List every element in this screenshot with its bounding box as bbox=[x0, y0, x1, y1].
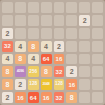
cell-empty bbox=[79, 41, 90, 52]
tile-16: 16 bbox=[15, 92, 26, 103]
cell-empty bbox=[28, 2, 39, 13]
cell-empty bbox=[92, 28, 103, 39]
cell-empty bbox=[66, 54, 77, 65]
tile-128: 128 bbox=[28, 79, 39, 90]
cell-empty bbox=[54, 2, 65, 13]
cell-empty bbox=[79, 79, 90, 90]
tile-4: 4 bbox=[28, 54, 39, 65]
cell-empty bbox=[41, 2, 52, 13]
tile-32: 32 bbox=[2, 41, 13, 52]
tile-2: 2 bbox=[79, 15, 90, 26]
tile-2: 2 bbox=[2, 28, 13, 39]
cell-empty bbox=[15, 2, 26, 13]
cell-empty bbox=[2, 2, 13, 13]
tile-2: 2 bbox=[66, 66, 77, 77]
tile-4: 4 bbox=[41, 41, 52, 52]
cell-empty bbox=[79, 66, 90, 77]
tile-8: 8 bbox=[2, 79, 13, 90]
tile-8: 8 bbox=[28, 41, 39, 52]
tile-4096: 4096 bbox=[15, 66, 26, 77]
cell-empty bbox=[92, 66, 103, 77]
tile-128: 128 bbox=[54, 79, 65, 90]
tile-8: 8 bbox=[2, 66, 13, 77]
cell-empty bbox=[92, 2, 103, 13]
cell-empty bbox=[41, 15, 52, 26]
tile-16: 16 bbox=[66, 79, 77, 90]
cell-empty bbox=[66, 2, 77, 13]
cell-empty bbox=[15, 15, 26, 26]
tile-2: 2 bbox=[54, 41, 65, 52]
cell-empty bbox=[92, 92, 103, 103]
cell-empty bbox=[92, 54, 103, 65]
tile-64: 64 bbox=[28, 92, 39, 103]
cell-empty bbox=[15, 28, 26, 39]
cell-empty bbox=[2, 15, 13, 26]
tile-8: 8 bbox=[66, 92, 77, 103]
cell-empty bbox=[79, 54, 90, 65]
tile-4: 4 bbox=[2, 54, 13, 65]
cell-empty bbox=[41, 28, 52, 39]
cell-empty bbox=[28, 28, 39, 39]
tile-32: 32 bbox=[54, 66, 65, 77]
cell-empty bbox=[79, 2, 90, 13]
cell-empty bbox=[54, 15, 65, 26]
game-board-2048[interactable]: 2232484248464168409625683228212820481281… bbox=[0, 0, 105, 105]
tile-8: 8 bbox=[41, 66, 52, 77]
tile-256: 256 bbox=[28, 66, 39, 77]
cell-empty bbox=[79, 28, 90, 39]
cell-empty bbox=[92, 79, 103, 90]
tile-4: 4 bbox=[15, 41, 26, 52]
cell-empty bbox=[66, 15, 77, 26]
cell-empty bbox=[54, 28, 65, 39]
cell-empty bbox=[66, 41, 77, 52]
cell-empty bbox=[66, 28, 77, 39]
tile-2: 2 bbox=[15, 79, 26, 90]
tile-16: 16 bbox=[41, 92, 52, 103]
tile-16: 16 bbox=[54, 54, 65, 65]
cell-empty bbox=[92, 15, 103, 26]
tile-64: 64 bbox=[41, 54, 52, 65]
tile-32: 32 bbox=[54, 92, 65, 103]
tile-8: 8 bbox=[15, 54, 26, 65]
cell-empty bbox=[28, 15, 39, 26]
tile-2048: 2048 bbox=[41, 79, 52, 90]
tile-2: 2 bbox=[2, 92, 13, 103]
cell-empty bbox=[92, 41, 103, 52]
cell-empty bbox=[79, 92, 90, 103]
